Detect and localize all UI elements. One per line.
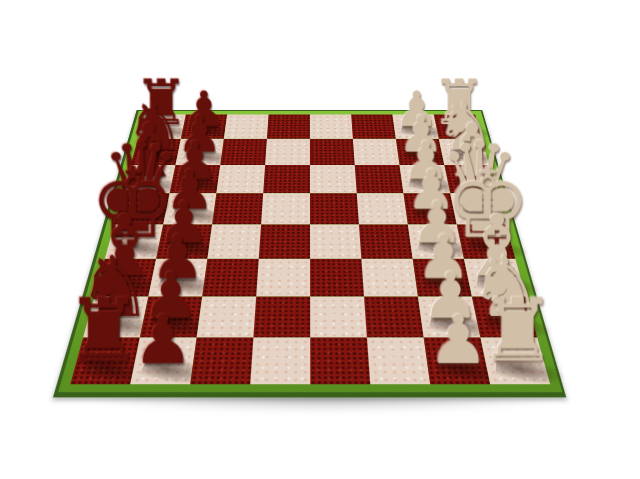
square-h4[interactable] bbox=[310, 338, 370, 384]
square-f6[interactable] bbox=[202, 259, 258, 297]
square-h6[interactable] bbox=[190, 338, 253, 384]
square-e4[interactable] bbox=[310, 224, 361, 258]
square-b3[interactable] bbox=[353, 139, 400, 165]
square-c6[interactable] bbox=[216, 165, 265, 193]
square-a6[interactable] bbox=[224, 115, 269, 139]
square-h1[interactable]: ♜ bbox=[481, 338, 551, 384]
piece-black-rook-h8[interactable]: ♜ bbox=[64, 289, 142, 372]
square-b5[interactable] bbox=[265, 139, 310, 165]
square-a3[interactable] bbox=[351, 115, 396, 139]
square-g3[interactable] bbox=[364, 296, 424, 338]
square-c3[interactable] bbox=[355, 165, 404, 193]
square-b6[interactable] bbox=[220, 139, 267, 165]
square-h5[interactable] bbox=[250, 338, 310, 384]
square-a5[interactable] bbox=[267, 115, 310, 139]
square-e5[interactable] bbox=[259, 224, 310, 258]
rendered-chess-scene: ♜♟♟♜♞♟♟♞♝♟♟♝♛♟♟♛♚♟♟♚♝♟♟♝♞♟♟♞♜♟♟♜ bbox=[0, 0, 640, 479]
square-e6[interactable] bbox=[207, 224, 261, 258]
square-g4[interactable] bbox=[310, 296, 367, 338]
square-f5[interactable] bbox=[256, 259, 310, 297]
square-d4[interactable] bbox=[310, 193, 359, 224]
square-d6[interactable] bbox=[212, 193, 263, 224]
square-f3[interactable] bbox=[361, 259, 418, 297]
square-g6[interactable] bbox=[197, 296, 257, 338]
square-h8[interactable]: ♜ bbox=[70, 338, 140, 384]
square-b4[interactable] bbox=[310, 139, 355, 165]
square-d3[interactable] bbox=[357, 193, 408, 224]
square-g5[interactable] bbox=[253, 296, 310, 338]
square-c5[interactable] bbox=[263, 165, 310, 193]
square-d5[interactable] bbox=[261, 193, 310, 224]
chess-board: ♜♟♟♜♞♟♟♞♝♟♟♝♛♟♟♛♚♟♟♚♝♟♟♝♞♟♟♞♜♟♟♜ bbox=[70, 115, 550, 385]
square-c4[interactable] bbox=[310, 165, 357, 193]
square-f4[interactable] bbox=[310, 259, 364, 297]
square-h3[interactable] bbox=[367, 338, 430, 384]
square-a4[interactable] bbox=[310, 115, 353, 139]
square-e3[interactable] bbox=[359, 224, 413, 258]
chess-board-frame: ♜♟♟♜♞♟♟♞♝♟♟♝♛♟♟♛♚♟♟♚♝♟♟♝♞♟♟♞♜♟♟♜ bbox=[53, 110, 566, 398]
piece-white-rook-h1[interactable]: ♜ bbox=[478, 289, 556, 372]
